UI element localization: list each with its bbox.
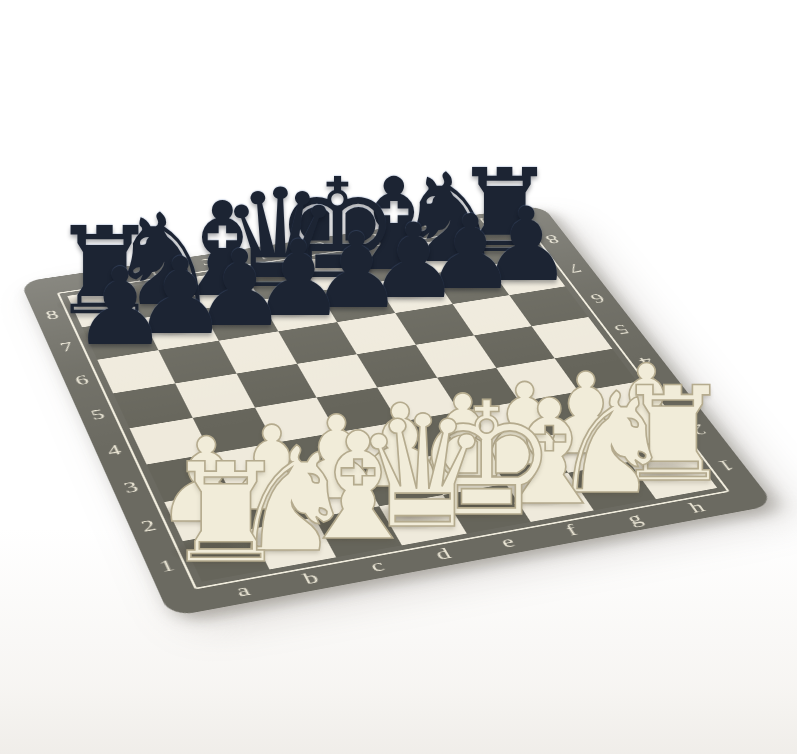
chess-photo-scene: 88aa77bb66cc55dd44ee33ff22gg11hh ♜♞♝♚♟♛♟… [0,0,797,754]
piece-black-pawn-a7: ♟ [72,253,168,360]
pieces-layer: ♜♞♝♚♟♛♟♝♟♞♟♜♟♟♟♟♟♟♟♟♜♟♞♟♝♟♚♟♛♝♞♜ [0,0,797,754]
piece-white-rook-a1: ♜ [164,445,287,582]
